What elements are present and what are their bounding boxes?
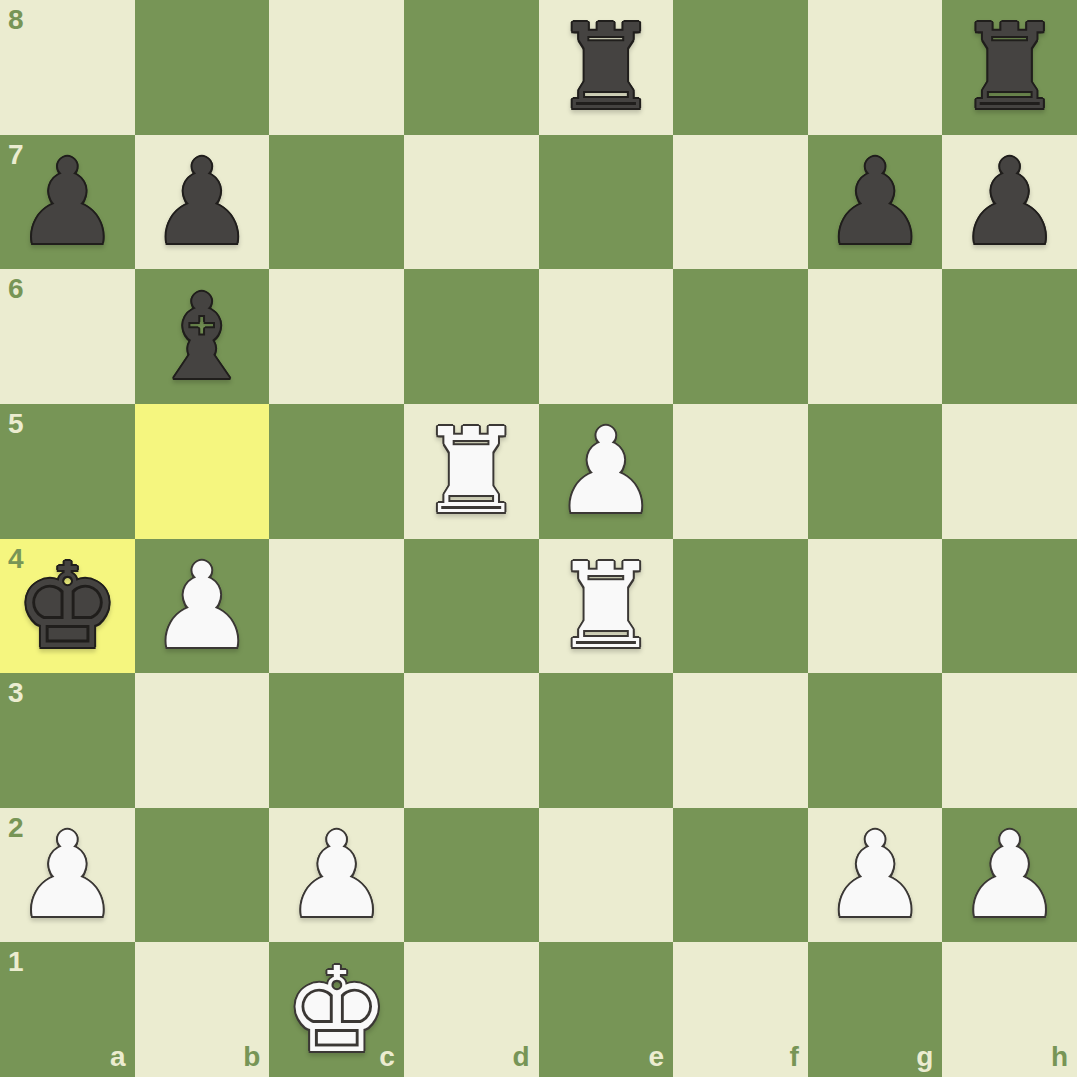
square-c5[interactable]	[269, 404, 404, 539]
square-g5[interactable]	[808, 404, 943, 539]
white-rook-d5[interactable]: ♜	[418, 412, 524, 530]
square-a6[interactable]: 6	[0, 269, 135, 404]
square-e8[interactable]: ♜	[539, 0, 674, 135]
square-h2[interactable]: ♟	[942, 808, 1077, 943]
square-b3[interactable]	[135, 673, 270, 808]
square-f4[interactable]	[673, 539, 808, 674]
square-g8[interactable]	[808, 0, 943, 135]
black-pawn-h7[interactable]: ♟	[957, 143, 1063, 261]
square-a1[interactable]: 1a	[0, 942, 135, 1077]
square-g6[interactable]	[808, 269, 943, 404]
square-d8[interactable]	[404, 0, 539, 135]
square-h1[interactable]: h	[942, 942, 1077, 1077]
square-a7[interactable]: 7♟	[0, 135, 135, 270]
square-e1[interactable]: e	[539, 942, 674, 1077]
rank-label-5: 5	[8, 410, 24, 438]
chess-board: 8♜♜7♟♟♟♟6♝5♜♟4♚♟♜32♟♟♟♟1abc♚defgh	[0, 0, 1077, 1077]
file-label-g: g	[916, 1043, 933, 1071]
black-rook-h8[interactable]: ♜	[957, 8, 1063, 126]
square-d1[interactable]: d	[404, 942, 539, 1077]
square-e6[interactable]	[539, 269, 674, 404]
file-label-a: a	[110, 1043, 126, 1071]
square-b5[interactable]	[135, 404, 270, 539]
square-h8[interactable]: ♜	[942, 0, 1077, 135]
square-c8[interactable]	[269, 0, 404, 135]
white-pawn-h2[interactable]: ♟	[957, 816, 1063, 934]
square-g7[interactable]: ♟	[808, 135, 943, 270]
square-e7[interactable]	[539, 135, 674, 270]
square-g3[interactable]	[808, 673, 943, 808]
square-g4[interactable]	[808, 539, 943, 674]
square-a2[interactable]: 2♟	[0, 808, 135, 943]
square-c1[interactable]: c♚	[269, 942, 404, 1077]
square-a4[interactable]: 4♚	[0, 539, 135, 674]
square-f5[interactable]	[673, 404, 808, 539]
white-pawn-g2[interactable]: ♟	[822, 816, 928, 934]
square-c3[interactable]	[269, 673, 404, 808]
square-e5[interactable]: ♟	[539, 404, 674, 539]
square-f8[interactable]	[673, 0, 808, 135]
black-rook-e8[interactable]: ♜	[553, 8, 659, 126]
white-pawn-c2[interactable]: ♟	[284, 816, 390, 934]
white-king-c1[interactable]: ♚	[284, 951, 390, 1069]
square-f3[interactable]	[673, 673, 808, 808]
square-f6[interactable]	[673, 269, 808, 404]
square-b1[interactable]: b	[135, 942, 270, 1077]
square-g2[interactable]: ♟	[808, 808, 943, 943]
square-c2[interactable]: ♟	[269, 808, 404, 943]
square-c4[interactable]	[269, 539, 404, 674]
square-h5[interactable]	[942, 404, 1077, 539]
black-pawn-g7[interactable]: ♟	[822, 143, 928, 261]
square-d4[interactable]	[404, 539, 539, 674]
square-h3[interactable]	[942, 673, 1077, 808]
square-d6[interactable]	[404, 269, 539, 404]
square-b6[interactable]: ♝	[135, 269, 270, 404]
white-pawn-e5[interactable]: ♟	[553, 412, 659, 530]
black-bishop-b6[interactable]: ♝	[149, 278, 255, 396]
square-f7[interactable]	[673, 135, 808, 270]
rank-label-3: 3	[8, 679, 24, 707]
rank-label-6: 6	[8, 275, 24, 303]
square-e2[interactable]	[539, 808, 674, 943]
square-d3[interactable]	[404, 673, 539, 808]
file-label-h: h	[1051, 1043, 1068, 1071]
square-a3[interactable]: 3	[0, 673, 135, 808]
white-pawn-a2[interactable]: ♟	[14, 816, 120, 934]
rank-label-1: 1	[8, 948, 24, 976]
rank-label-8: 8	[8, 6, 24, 34]
file-label-b: b	[243, 1043, 260, 1071]
black-pawn-b7[interactable]: ♟	[149, 143, 255, 261]
square-h7[interactable]: ♟	[942, 135, 1077, 270]
square-c7[interactable]	[269, 135, 404, 270]
square-b4[interactable]: ♟	[135, 539, 270, 674]
square-g1[interactable]: g	[808, 942, 943, 1077]
black-king-a4[interactable]: ♚	[14, 547, 120, 665]
square-a5[interactable]: 5	[0, 404, 135, 539]
square-d2[interactable]	[404, 808, 539, 943]
square-e3[interactable]	[539, 673, 674, 808]
square-d7[interactable]	[404, 135, 539, 270]
square-f2[interactable]	[673, 808, 808, 943]
black-pawn-a7[interactable]: ♟	[14, 143, 120, 261]
square-c6[interactable]	[269, 269, 404, 404]
file-label-e: e	[649, 1043, 665, 1071]
square-d5[interactable]: ♜	[404, 404, 539, 539]
white-pawn-b4[interactable]: ♟	[149, 547, 255, 665]
square-h6[interactable]	[942, 269, 1077, 404]
file-label-d: d	[512, 1043, 529, 1071]
square-f1[interactable]: f	[673, 942, 808, 1077]
square-e4[interactable]: ♜	[539, 539, 674, 674]
square-h4[interactable]	[942, 539, 1077, 674]
white-rook-e4[interactable]: ♜	[553, 547, 659, 665]
square-a8[interactable]: 8	[0, 0, 135, 135]
square-b7[interactable]: ♟	[135, 135, 270, 270]
square-b8[interactable]	[135, 0, 270, 135]
file-label-f: f	[789, 1043, 798, 1071]
square-b2[interactable]	[135, 808, 270, 943]
